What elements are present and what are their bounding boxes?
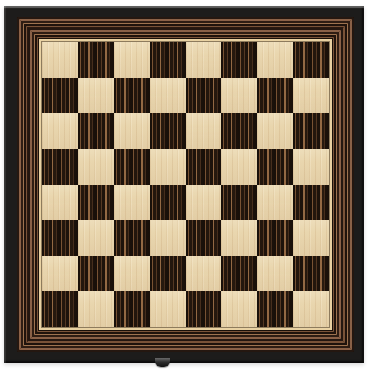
square-g3 [257,220,293,256]
border-strip-right [333,17,354,352]
square-a5 [42,149,78,185]
square-g7 [257,78,293,114]
square-f3 [221,220,257,256]
macassar-ebony-border [17,17,354,352]
square-a7 [42,78,78,114]
square-b1 [78,291,114,327]
square-c7 [114,78,150,114]
square-a3 [42,220,78,256]
square-c5 [114,149,150,185]
square-e5 [186,149,222,185]
square-a6 [42,113,78,149]
square-b6 [78,113,114,149]
border-strip-top [17,17,354,38]
product-photo-background [0,0,370,370]
square-b7 [78,78,114,114]
square-g4 [257,185,293,221]
square-f1 [221,291,257,327]
square-f4 [221,185,257,221]
square-e3 [186,220,222,256]
square-h1 [293,291,329,327]
square-f5 [221,149,257,185]
square-a4 [42,185,78,221]
square-d5 [150,149,186,185]
square-g5 [257,149,293,185]
square-d1 [150,291,186,327]
square-e1 [186,291,222,327]
square-b8 [78,42,114,78]
square-h2 [293,256,329,292]
square-d3 [150,220,186,256]
square-a1 [42,291,78,327]
square-c8 [114,42,150,78]
chess-board [4,6,364,363]
square-g8 [257,42,293,78]
square-h6 [293,113,329,149]
square-g2 [257,256,293,292]
square-h5 [293,149,329,185]
square-d4 [150,185,186,221]
playing-field [41,41,330,328]
border-strip-left [17,17,38,352]
square-c1 [114,291,150,327]
square-c3 [114,220,150,256]
square-g6 [257,113,293,149]
border-strip-bottom [17,331,354,352]
square-c6 [114,113,150,149]
square-d8 [150,42,186,78]
square-a8 [42,42,78,78]
square-h3 [293,220,329,256]
square-a2 [42,256,78,292]
square-f8 [221,42,257,78]
square-f6 [221,113,257,149]
square-g1 [257,291,293,327]
square-h8 [293,42,329,78]
square-c4 [114,185,150,221]
square-e7 [186,78,222,114]
square-h7 [293,78,329,114]
square-h4 [293,185,329,221]
square-f2 [221,256,257,292]
square-f7 [221,78,257,114]
square-d2 [150,256,186,292]
square-e8 [186,42,222,78]
square-c2 [114,256,150,292]
square-d7 [150,78,186,114]
maple-inlay-line [38,38,333,331]
bottom-foot-knob [155,358,170,367]
square-e2 [186,256,222,292]
square-b4 [78,185,114,221]
square-e4 [186,185,222,221]
square-e6 [186,113,222,149]
square-d6 [150,113,186,149]
square-b3 [78,220,114,256]
square-b2 [78,256,114,292]
board-outer-frame [4,6,364,363]
square-b5 [78,149,114,185]
